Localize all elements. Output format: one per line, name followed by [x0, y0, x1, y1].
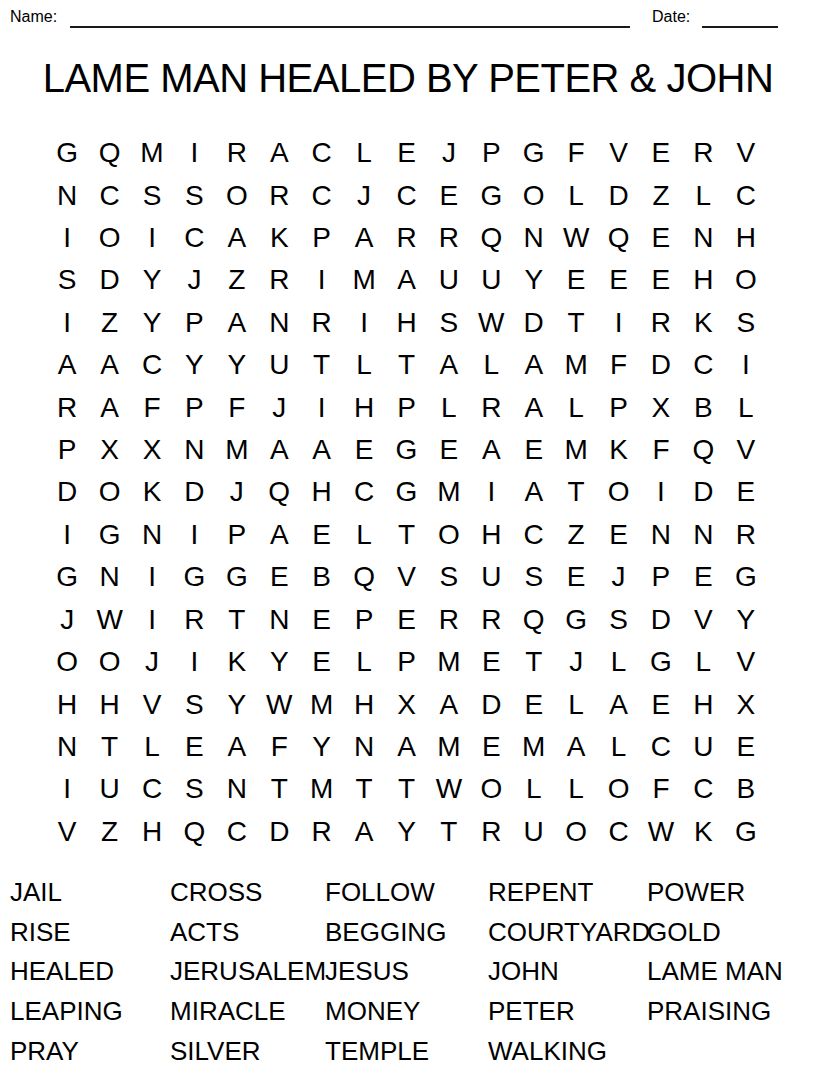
grid-cell[interactable]: M — [428, 726, 470, 768]
grid-cell[interactable]: T — [555, 471, 597, 513]
grid-cell[interactable]: Y — [173, 344, 215, 386]
grid-cell[interactable]: O — [46, 641, 88, 683]
grid-cell[interactable]: M — [343, 259, 385, 301]
grid-cell[interactable]: I — [300, 259, 342, 301]
grid-cell[interactable]: E — [385, 599, 427, 641]
grid-cell[interactable]: R — [682, 132, 724, 174]
grid-cell[interactable]: H — [343, 386, 385, 428]
grid-cell[interactable]: E — [173, 726, 215, 768]
grid-cell[interactable]: V — [597, 132, 639, 174]
grid-cell[interactable]: M — [555, 429, 597, 471]
grid-cell[interactable]: G — [470, 174, 512, 216]
grid-cell[interactable]: E — [428, 429, 470, 471]
grid-cell[interactable]: E — [428, 174, 470, 216]
grid-cell[interactable]: P — [216, 514, 258, 556]
grid-cell[interactable]: L — [343, 344, 385, 386]
grid-cell[interactable]: Y — [258, 641, 300, 683]
grid-cell[interactable]: W — [555, 217, 597, 259]
grid-cell[interactable]: Q — [597, 217, 639, 259]
grid-cell[interactable]: L — [555, 386, 597, 428]
grid-cell[interactable]: N — [216, 768, 258, 810]
grid-cell[interactable]: E — [300, 514, 342, 556]
date-blank-line[interactable] — [702, 9, 778, 28]
grid-cell[interactable]: S — [428, 556, 470, 598]
grid-cell[interactable]: T — [343, 768, 385, 810]
grid-cell[interactable]: Q — [513, 599, 555, 641]
grid-cell[interactable]: E — [682, 556, 724, 598]
grid-cell[interactable]: N — [513, 217, 555, 259]
grid-cell[interactable]: P — [385, 386, 427, 428]
grid-cell[interactable]: N — [682, 514, 724, 556]
grid-cell[interactable]: C — [682, 344, 724, 386]
grid-cell[interactable]: S — [173, 768, 215, 810]
grid-cell[interactable]: V — [682, 599, 724, 641]
grid-cell[interactable]: D — [258, 811, 300, 853]
grid-cell[interactable]: L — [343, 514, 385, 556]
grid-cell[interactable]: T — [513, 641, 555, 683]
grid-cell[interactable]: N — [258, 599, 300, 641]
grid-cell[interactable]: N — [258, 302, 300, 344]
grid-cell[interactable]: W — [428, 768, 470, 810]
grid-cell[interactable]: J — [216, 471, 258, 513]
grid-cell[interactable]: C — [216, 811, 258, 853]
grid-cell[interactable]: Y — [131, 259, 173, 301]
grid-cell[interactable]: X — [385, 683, 427, 725]
grid-cell[interactable]: T — [300, 344, 342, 386]
grid-cell[interactable]: L — [555, 683, 597, 725]
grid-cell[interactable]: A — [258, 132, 300, 174]
grid-cell[interactable]: A — [88, 386, 130, 428]
grid-cell[interactable]: J — [131, 641, 173, 683]
grid-cell[interactable]: J — [46, 599, 88, 641]
grid-cell[interactable]: J — [173, 259, 215, 301]
grid-cell[interactable]: H — [725, 217, 767, 259]
grid-cell[interactable]: E — [343, 429, 385, 471]
grid-cell[interactable]: A — [216, 726, 258, 768]
grid-cell[interactable]: E — [513, 429, 555, 471]
grid-cell[interactable]: G — [385, 471, 427, 513]
grid-cell[interactable]: C — [725, 174, 767, 216]
grid-cell[interactable]: K — [131, 471, 173, 513]
grid-cell[interactable]: C — [640, 726, 682, 768]
grid-cell[interactable]: P — [640, 556, 682, 598]
word-list-item: REPENT — [488, 879, 593, 905]
word-list-item: GOLD — [647, 919, 721, 945]
grid-cell[interactable]: X — [88, 429, 130, 471]
grid-cell[interactable]: A — [300, 429, 342, 471]
grid-cell[interactable]: R — [725, 514, 767, 556]
grid-cell[interactable]: L — [682, 174, 724, 216]
grid-cell[interactable]: I — [173, 514, 215, 556]
grid-cell[interactable]: I — [173, 132, 215, 174]
name-label: Name: — [10, 8, 57, 26]
grid-cell[interactable]: M — [131, 132, 173, 174]
grid-cell[interactable]: S — [173, 683, 215, 725]
grid-cell[interactable]: E — [640, 259, 682, 301]
grid-cell[interactable]: V — [385, 556, 427, 598]
grid-cell[interactable]: U — [513, 811, 555, 853]
grid-cell[interactable]: E — [725, 726, 767, 768]
grid-cell[interactable]: A — [513, 386, 555, 428]
grid-cell[interactable]: R — [300, 302, 342, 344]
grid-cell[interactable]: A — [470, 429, 512, 471]
grid-cell[interactable]: E — [300, 641, 342, 683]
grid-cell[interactable]: S — [725, 302, 767, 344]
grid-cell[interactable]: O — [88, 471, 130, 513]
grid-cell[interactable]: F — [555, 132, 597, 174]
grid-cell[interactable]: I — [131, 556, 173, 598]
grid-cell[interactable]: K — [597, 429, 639, 471]
grid-cell[interactable]: M — [555, 344, 597, 386]
grid-cell[interactable]: P — [597, 386, 639, 428]
grid-cell[interactable]: G — [173, 556, 215, 598]
grid-cell[interactable]: E — [597, 514, 639, 556]
grid-cell[interactable]: Q — [88, 132, 130, 174]
grid-cell[interactable]: A — [555, 726, 597, 768]
word-list-item: COURTYARD — [488, 919, 650, 945]
grid-cell[interactable]: C — [682, 768, 724, 810]
grid-cell[interactable]: D — [46, 471, 88, 513]
grid-cell[interactable]: O — [428, 514, 470, 556]
word-list-item: PETER — [488, 998, 575, 1024]
grid-cell[interactable]: V — [725, 641, 767, 683]
grid-cell[interactable]: D — [597, 174, 639, 216]
grid-cell[interactable]: E — [258, 556, 300, 598]
grid-cell[interactable]: T — [428, 811, 470, 853]
grid-cell[interactable]: R — [258, 259, 300, 301]
grid-cell[interactable]: T — [555, 302, 597, 344]
grid-cell[interactable]: M — [216, 429, 258, 471]
grid-cell[interactable]: R — [46, 386, 88, 428]
grid-cell[interactable]: L — [513, 768, 555, 810]
grid-cell[interactable]: O — [216, 174, 258, 216]
grid-cell[interactable]: W — [88, 599, 130, 641]
grid-cell[interactable]: W — [258, 683, 300, 725]
grid-cell[interactable]: G — [513, 132, 555, 174]
grid-cell[interactable]: G — [216, 556, 258, 598]
grid-cell[interactable]: G — [46, 556, 88, 598]
grid-cell[interactable]: Q — [682, 429, 724, 471]
grid-cell[interactable]: O — [88, 217, 130, 259]
grid-cell[interactable]: D — [470, 683, 512, 725]
word-list-item: TEMPLE — [325, 1038, 429, 1064]
grid-cell[interactable]: T — [385, 344, 427, 386]
grid-cell[interactable]: H — [682, 259, 724, 301]
grid-cell[interactable]: C — [513, 514, 555, 556]
grid-cell[interactable]: S — [173, 174, 215, 216]
grid-cell[interactable]: I — [725, 344, 767, 386]
grid-cell[interactable]: G — [46, 132, 88, 174]
grid-cell[interactable]: F — [597, 344, 639, 386]
grid-cell[interactable]: Y — [513, 259, 555, 301]
grid-cell[interactable]: I — [640, 471, 682, 513]
grid-cell[interactable]: R — [470, 386, 512, 428]
grid-cell[interactable]: O — [597, 768, 639, 810]
grid-cell[interactable]: L — [470, 344, 512, 386]
grid-cell[interactable]: D — [640, 599, 682, 641]
worksheet-page: Name: Date: LAME MAN HEALED BY PETER & J… — [0, 0, 816, 1083]
grid-cell[interactable]: Y — [216, 683, 258, 725]
grid-cell[interactable]: M — [513, 726, 555, 768]
grid-cell[interactable]: J — [258, 386, 300, 428]
grid-cell[interactable]: R — [640, 302, 682, 344]
grid-cell[interactable]: O — [725, 259, 767, 301]
grid-cell[interactable]: Q — [258, 471, 300, 513]
grid-cell[interactable]: O — [555, 811, 597, 853]
grid-cell[interactable]: E — [300, 599, 342, 641]
grid-cell[interactable]: F — [216, 386, 258, 428]
grid-cell[interactable]: I — [343, 302, 385, 344]
grid-cell[interactable]: M — [428, 471, 470, 513]
grid-cell[interactable]: E — [555, 556, 597, 598]
grid-cell[interactable]: R — [173, 599, 215, 641]
grid-cell[interactable]: F — [640, 768, 682, 810]
grid-cell[interactable]: G — [385, 429, 427, 471]
grid-cell[interactable]: E — [640, 217, 682, 259]
grid-cell[interactable]: Y — [216, 344, 258, 386]
grid-cell[interactable]: E — [385, 132, 427, 174]
grid-cell[interactable]: L — [343, 132, 385, 174]
grid-cell[interactable]: E — [597, 259, 639, 301]
grid-cell[interactable]: R — [385, 217, 427, 259]
grid-cell[interactable]: S — [597, 599, 639, 641]
grid-cell[interactable]: A — [428, 683, 470, 725]
grid-cell[interactable]: I — [46, 217, 88, 259]
grid-cell[interactable]: B — [682, 386, 724, 428]
grid-cell[interactable]: C — [173, 217, 215, 259]
grid-cell[interactable]: C — [300, 174, 342, 216]
grid-cell[interactable]: D — [88, 259, 130, 301]
grid-cell[interactable]: C — [131, 344, 173, 386]
grid-cell[interactable]: L — [682, 641, 724, 683]
grid-cell[interactable]: O — [470, 768, 512, 810]
grid-cell[interactable]: G — [725, 811, 767, 853]
grid-cell[interactable]: J — [597, 556, 639, 598]
grid-cell[interactable]: Z — [88, 811, 130, 853]
grid-cell[interactable]: R — [258, 174, 300, 216]
grid-cell[interactable]: H — [46, 683, 88, 725]
grid-cell[interactable]: I — [46, 302, 88, 344]
grid-cell[interactable]: E — [725, 471, 767, 513]
grid-cell[interactable]: O — [88, 641, 130, 683]
grid-cell[interactable]: Y — [131, 302, 173, 344]
grid-cell[interactable]: P — [173, 386, 215, 428]
grid-cell[interactable]: C — [343, 471, 385, 513]
grid-cell[interactable]: P — [470, 132, 512, 174]
grid-cell[interactable]: N — [131, 514, 173, 556]
grid-cell[interactable]: T — [385, 514, 427, 556]
grid-cell[interactable]: J — [555, 641, 597, 683]
grid-cell[interactable]: A — [385, 259, 427, 301]
grid-cell[interactable]: A — [513, 344, 555, 386]
grid-cell[interactable]: N — [640, 514, 682, 556]
grid-cell[interactable]: R — [216, 132, 258, 174]
grid-cell[interactable]: E — [555, 259, 597, 301]
grid-cell[interactable]: Z — [555, 514, 597, 556]
grid-cell[interactable]: L — [131, 726, 173, 768]
grid-cell[interactable]: P — [385, 641, 427, 683]
grid-cell[interactable]: N — [46, 174, 88, 216]
grid-cell[interactable]: J — [343, 174, 385, 216]
grid-cell[interactable]: L — [428, 386, 470, 428]
grid-cell[interactable]: M — [300, 683, 342, 725]
grid-cell[interactable]: I — [470, 471, 512, 513]
grid-cell[interactable]: A — [385, 726, 427, 768]
grid-cell[interactable]: K — [682, 811, 724, 853]
grid-cell[interactable]: I — [173, 641, 215, 683]
word-list-item: JOHN — [488, 958, 559, 984]
grid-cell[interactable]: N — [682, 217, 724, 259]
grid-cell[interactable]: G — [555, 599, 597, 641]
grid-cell[interactable]: M — [428, 641, 470, 683]
grid-cell[interactable]: K — [216, 641, 258, 683]
grid-cell[interactable]: I — [300, 386, 342, 428]
grid-cell[interactable]: E — [470, 726, 512, 768]
grid-cell[interactable]: G — [725, 556, 767, 598]
grid-cell[interactable]: Q — [343, 556, 385, 598]
grid-cell[interactable]: X — [725, 683, 767, 725]
grid-cell[interactable]: H — [343, 683, 385, 725]
grid-cell[interactable]: P — [46, 429, 88, 471]
grid-cell[interactable]: Z — [640, 174, 682, 216]
grid-cell[interactable]: D — [682, 471, 724, 513]
grid-cell[interactable]: C — [131, 768, 173, 810]
grid-cell[interactable]: X — [640, 386, 682, 428]
grid-cell[interactable]: A — [216, 302, 258, 344]
grid-cell[interactable]: T — [385, 768, 427, 810]
grid-cell[interactable]: C — [300, 132, 342, 174]
grid-cell[interactable]: S — [513, 556, 555, 598]
grid-cell[interactable]: O — [597, 471, 639, 513]
grid-cell[interactable]: E — [640, 132, 682, 174]
grid-cell[interactable]: A — [46, 344, 88, 386]
grid-cell[interactable]: S — [46, 259, 88, 301]
grid-cell[interactable]: D — [640, 344, 682, 386]
grid-cell[interactable]: C — [385, 174, 427, 216]
grid-cell[interactable]: A — [428, 344, 470, 386]
grid-cell[interactable]: N — [46, 726, 88, 768]
grid-cell[interactable]: N — [343, 726, 385, 768]
grid-cell[interactable]: L — [597, 726, 639, 768]
grid-cell[interactable]: I — [131, 599, 173, 641]
grid-cell[interactable]: I — [597, 302, 639, 344]
grid-cell[interactable]: L — [343, 641, 385, 683]
grid-cell[interactable]: K — [682, 302, 724, 344]
grid-cell[interactable]: A — [343, 217, 385, 259]
grid-cell[interactable]: Z — [88, 302, 130, 344]
grid-cell[interactable]: F — [640, 429, 682, 471]
grid-cell[interactable]: U — [682, 726, 724, 768]
grid-cell[interactable]: Q — [470, 217, 512, 259]
grid-cell[interactable]: E — [470, 641, 512, 683]
grid-cell[interactable]: H — [682, 683, 724, 725]
grid-cell[interactable]: I — [46, 514, 88, 556]
grid-cell[interactable]: D — [513, 302, 555, 344]
grid-cell[interactable]: L — [555, 768, 597, 810]
grid-cell[interactable]: U — [470, 259, 512, 301]
grid-cell[interactable]: R — [470, 599, 512, 641]
grid-cell[interactable]: N — [173, 429, 215, 471]
name-blank-line[interactable] — [70, 9, 630, 28]
grid-cell[interactable]: T — [88, 726, 130, 768]
grid-cell[interactable]: B — [300, 556, 342, 598]
grid-cell[interactable]: H — [385, 302, 427, 344]
grid-cell[interactable]: Z — [216, 259, 258, 301]
grid-cell[interactable]: V — [725, 132, 767, 174]
grid-cell[interactable]: L — [725, 386, 767, 428]
grid-cell[interactable]: N — [88, 556, 130, 598]
grid-cell[interactable]: D — [173, 471, 215, 513]
grid-cell[interactable]: P — [343, 599, 385, 641]
grid-cell[interactable]: Q — [173, 811, 215, 853]
grid-cell[interactable]: W — [470, 302, 512, 344]
grid-cell[interactable]: M — [300, 768, 342, 810]
grid-cell[interactable]: V — [131, 683, 173, 725]
grid-cell[interactable]: A — [258, 429, 300, 471]
grid-cell[interactable]: Y — [300, 726, 342, 768]
word-list-item: MIRACLE — [170, 998, 286, 1024]
grid-cell[interactable]: G — [640, 641, 682, 683]
grid-cell[interactable]: L — [555, 174, 597, 216]
grid-cell[interactable]: K — [258, 217, 300, 259]
grid-cell[interactable]: I — [131, 217, 173, 259]
grid-cell[interactable]: P — [173, 302, 215, 344]
grid-cell[interactable]: R — [470, 811, 512, 853]
grid-cell[interactable]: A — [597, 683, 639, 725]
grid-cell[interactable]: L — [597, 641, 639, 683]
grid-cell[interactable]: H — [470, 514, 512, 556]
grid-cell[interactable]: R — [300, 811, 342, 853]
grid-cell[interactable]: H — [131, 811, 173, 853]
grid-cell[interactable]: V — [46, 811, 88, 853]
grid-cell[interactable]: E — [640, 683, 682, 725]
grid-cell[interactable]: A — [513, 471, 555, 513]
grid-cell[interactable]: S — [131, 174, 173, 216]
grid-cell[interactable]: U — [258, 344, 300, 386]
grid-cell[interactable]: A — [343, 811, 385, 853]
grid-cell[interactable]: Y — [725, 599, 767, 641]
grid-cell[interactable]: I — [46, 768, 88, 810]
grid-cell[interactable]: G — [88, 514, 130, 556]
grid-cell[interactable]: A — [216, 217, 258, 259]
grid-cell[interactable]: B — [725, 768, 767, 810]
grid-cell[interactable]: X — [131, 429, 173, 471]
grid-cell[interactable]: C — [88, 174, 130, 216]
grid-cell[interactable]: P — [300, 217, 342, 259]
grid-cell[interactable]: R — [428, 599, 470, 641]
grid-cell[interactable]: E — [513, 683, 555, 725]
grid-cell[interactable]: S — [428, 302, 470, 344]
grid-cell[interactable]: V — [725, 429, 767, 471]
grid-cell[interactable]: U — [470, 556, 512, 598]
grid-cell[interactable]: T — [216, 599, 258, 641]
grid-cell[interactable]: F — [258, 726, 300, 768]
grid-cell[interactable]: C — [597, 811, 639, 853]
grid-cell[interactable]: W — [640, 811, 682, 853]
grid-cell[interactable]: H — [300, 471, 342, 513]
grid-cell[interactable]: Y — [385, 811, 427, 853]
grid-cell[interactable]: U — [428, 259, 470, 301]
grid-cell[interactable]: R — [428, 217, 470, 259]
grid-cell[interactable]: A — [258, 514, 300, 556]
grid-cell[interactable]: H — [88, 683, 130, 725]
grid-cell[interactable]: F — [131, 386, 173, 428]
grid-cell[interactable]: U — [88, 768, 130, 810]
grid-cell[interactable]: T — [258, 768, 300, 810]
grid-cell[interactable]: O — [513, 174, 555, 216]
grid-cell[interactable]: J — [428, 132, 470, 174]
grid-cell[interactable]: A — [88, 344, 130, 386]
